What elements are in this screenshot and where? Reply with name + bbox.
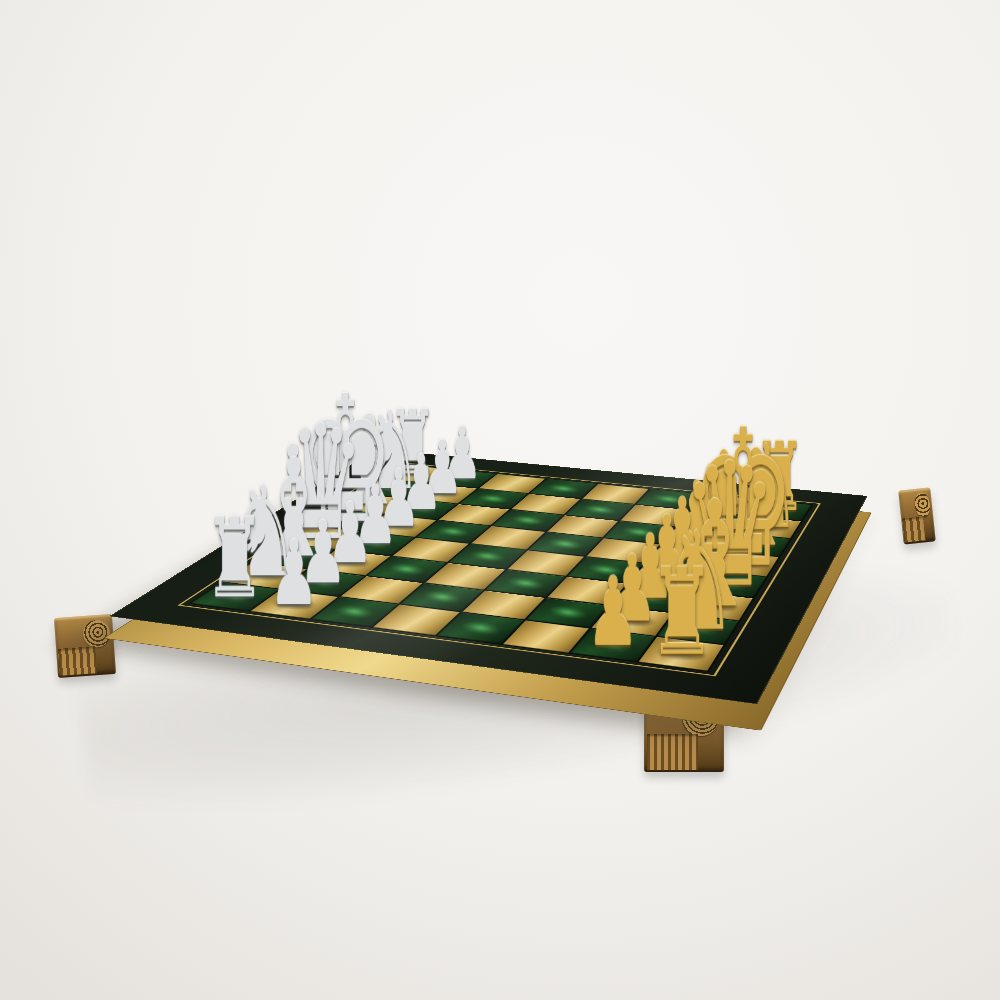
- board-lacquer-top: ♜♜♟♟♟♟♜♜♞♞♟♟♟♟♞♞♝♝♟♟♟♟♝♝♚♚♟♟♟♟♚♚♛♛♟♟♟♟♛♛…: [109, 449, 867, 704]
- chess-board-3d: ♜♜♟♟♟♟♜♜♞♞♟♟♟♟♞♞♝♝♟♟♟♟♝♝♚♚♟♟♟♟♚♚♛♛♟♟♟♟♛♛…: [109, 449, 867, 704]
- studio-scene: ♜♜♟♟♟♟♜♜♞♞♟♟♟♟♞♞♝♝♟♟♟♟♝♝♚♚♟♟♟♟♚♚♛♛♟♟♟♟♛♛…: [0, 0, 1000, 1000]
- pawn-icon: ♟: [586, 565, 639, 660]
- perspective-stage: ♜♜♟♟♟♟♜♜♞♞♟♟♟♟♞♞♝♝♟♟♟♟♝♝♚♚♟♟♟♟♚♚♛♛♟♟♟♟♛♛…: [0, 0, 1000, 1000]
- square-a8: ♜♜: [639, 637, 723, 671]
